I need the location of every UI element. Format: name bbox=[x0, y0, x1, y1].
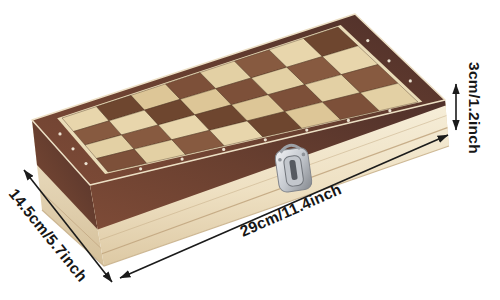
nail-dot bbox=[181, 158, 184, 161]
nail-dot bbox=[58, 132, 61, 135]
nail-dot bbox=[71, 147, 74, 150]
nail-dot bbox=[366, 39, 369, 42]
nail-dot bbox=[139, 167, 142, 170]
nail-dot bbox=[264, 138, 267, 141]
nail-dot bbox=[222, 148, 225, 151]
nail-dot bbox=[387, 59, 390, 62]
nail-dot bbox=[305, 129, 308, 132]
product-image: 3cm/1.2inch 29cm/11.4inch 14.5cm/5.7inch bbox=[0, 0, 500, 300]
nail-dot bbox=[388, 109, 391, 112]
chess-box-photo: 3cm/1.2inch 29cm/11.4inch 14.5cm/5.7inch bbox=[0, 0, 500, 300]
nail-dot bbox=[409, 79, 412, 82]
height-dimension-label: 3cm/1.2inch bbox=[466, 62, 483, 154]
nail-dot bbox=[347, 119, 350, 122]
nail-dot bbox=[84, 162, 87, 165]
